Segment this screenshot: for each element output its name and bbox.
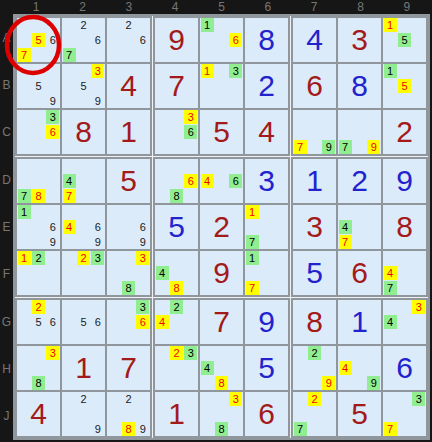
- candidate-3-green: 3: [91, 251, 104, 265]
- cell-B7[interactable]: 6: [293, 64, 336, 108]
- candidate-1-yellow: 1: [246, 205, 259, 219]
- candidate-6-yellow: 6: [229, 33, 242, 47]
- value-digit: 3: [351, 25, 368, 55]
- candidate-5-green: 5: [398, 33, 411, 47]
- cell-E8[interactable]: 47: [338, 205, 381, 249]
- candidate-6: 6: [46, 315, 59, 329]
- cell-J4[interactable]: 1: [155, 392, 198, 436]
- value-digit: 1: [351, 307, 368, 337]
- cell-A8[interactable]: 3: [338, 18, 381, 62]
- candidate-9-green: 9: [367, 376, 380, 390]
- candidate-9-green: 9: [322, 140, 335, 154]
- candidate-1-yellow: 1: [384, 18, 397, 32]
- candidate-4-green: 4: [63, 174, 76, 188]
- row-label-A: A: [0, 14, 13, 61]
- value-digit: 5: [120, 166, 137, 196]
- cell-H6[interactable]: 5: [245, 346, 288, 390]
- cell-E9[interactable]: 8: [383, 205, 426, 249]
- cell-E7[interactable]: 3: [293, 205, 336, 249]
- box-8: 2479234851386: [153, 298, 290, 438]
- candidate-9: 9: [91, 235, 104, 249]
- cell-G7[interactable]: 8: [293, 300, 336, 344]
- candidate-8-green: 8: [215, 422, 228, 436]
- candidate-8-green: 8: [170, 189, 183, 203]
- cell-C8[interactable]: 79: [338, 110, 381, 154]
- cell-F2[interactable]: 23: [62, 251, 105, 295]
- candidate-2-green: 2: [308, 346, 321, 360]
- row-label-B: B: [0, 61, 13, 108]
- candidate-6-yellow: 6: [184, 174, 197, 188]
- cell-D1[interactable]: 78: [17, 159, 60, 203]
- candidate-6: 6: [46, 220, 59, 234]
- cell-E5[interactable]: 2: [200, 205, 243, 249]
- candidate-3-green: 3: [184, 346, 197, 360]
- candidate-5: 5: [77, 315, 90, 329]
- cell-E2[interactable]: 469: [62, 205, 105, 249]
- candidate-7-green: 7: [18, 189, 31, 203]
- candidate-7-yellow: 7: [246, 281, 259, 295]
- cell-G2[interactable]: 56: [62, 300, 105, 344]
- cell-B9[interactable]: 15: [383, 64, 426, 108]
- candidate-9-yellow: 9: [367, 140, 380, 154]
- cell-D4[interactable]: 68: [155, 159, 198, 203]
- box-7: 25656363817429289: [15, 298, 152, 438]
- candidate-3-yellow: 3: [136, 251, 149, 265]
- candidate-3-green: 3: [412, 392, 425, 406]
- value-digit: 4: [258, 117, 275, 147]
- candidate-7-green: 7: [339, 140, 352, 154]
- cell-G5[interactable]: 7: [200, 300, 243, 344]
- candidate-6-green: 6: [184, 125, 197, 139]
- column-label-9: 9: [384, 0, 430, 14]
- candidate-7-green: 7: [246, 235, 259, 249]
- cell-H9[interactable]: 6: [383, 346, 426, 390]
- value-digit: 5: [351, 399, 368, 429]
- candidate-9: 9: [136, 422, 149, 436]
- value-digit: 4: [306, 25, 323, 55]
- cell-C4[interactable]: 36: [155, 110, 198, 154]
- candidate-8-green: 8: [32, 376, 45, 390]
- candidate-3-green: 3: [229, 64, 242, 78]
- cell-J5[interactable]: 38: [200, 392, 243, 436]
- value-digit: 8: [75, 117, 92, 147]
- cell-D9[interactable]: 9: [383, 159, 426, 203]
- candidate-6: 6: [46, 33, 59, 47]
- candidate-3-green: 3: [136, 300, 149, 314]
- cell-A9[interactable]: 15: [383, 18, 426, 62]
- candidate-7-green: 7: [384, 281, 397, 295]
- candidate-6-yellow: 6: [46, 125, 59, 139]
- sudoku-app-window: 123456789 ABCDEFGHJ 56726726593594368191…: [0, 0, 432, 442]
- value-digit: 6: [258, 399, 275, 429]
- cell-C6[interactable]: 4: [245, 110, 288, 154]
- cell-J2[interactable]: 29: [62, 392, 105, 436]
- candidate-1-green: 1: [201, 18, 214, 32]
- cell-D5[interactable]: 46: [200, 159, 243, 203]
- candidate-7-green: 7: [63, 48, 76, 62]
- column-label-1: 1: [13, 0, 59, 14]
- candidate-2-green: 2: [32, 251, 45, 265]
- value-digit: 7: [120, 353, 137, 383]
- column-label-6: 6: [245, 0, 291, 14]
- cell-H4[interactable]: 23: [155, 346, 198, 390]
- cell-D2[interactable]: 47: [62, 159, 105, 203]
- cell-A6[interactable]: 8: [245, 18, 288, 62]
- cell-B3[interactable]: 4: [107, 64, 150, 108]
- cell-F6[interactable]: 17: [245, 251, 288, 295]
- candidate-3-yellow: 3: [184, 110, 197, 124]
- value-digit: 9: [396, 166, 413, 196]
- candidate-1-green: 1: [246, 251, 259, 265]
- row-label-D: D: [0, 156, 13, 203]
- value-digit: 9: [168, 25, 185, 55]
- cell-B4[interactable]: 7: [155, 64, 198, 108]
- value-digit: 6: [351, 258, 368, 288]
- row-labels: ABCDEFGHJ: [0, 14, 13, 440]
- candidate-1-yellow: 1: [201, 64, 214, 78]
- candidate-7-yellow: 7: [339, 235, 352, 249]
- column-label-5: 5: [198, 0, 244, 14]
- cell-G1[interactable]: 256: [17, 300, 60, 344]
- cell-E1[interactable]: 169: [17, 205, 60, 249]
- candidate-2-yellow: 2: [32, 300, 45, 314]
- cell-E4[interactable]: 5: [155, 205, 198, 249]
- cell-F4[interactable]: 48: [155, 251, 198, 295]
- candidate-7-yellow: 7: [63, 189, 76, 203]
- cell-B1[interactable]: 59: [17, 64, 60, 108]
- row-label-H: H: [0, 345, 13, 392]
- value-digit: 8: [258, 25, 275, 55]
- candidate-5: 5: [77, 79, 90, 93]
- cell-B5[interactable]: 13: [200, 64, 243, 108]
- column-label-3: 3: [106, 0, 152, 14]
- row-label-G: G: [0, 298, 13, 345]
- cell-D3[interactable]: 5: [107, 159, 150, 203]
- value-digit: 2: [258, 71, 275, 101]
- candidate-4-yellow: 4: [201, 174, 214, 188]
- cell-B2[interactable]: 359: [62, 64, 105, 108]
- cell-B8[interactable]: 8: [338, 64, 381, 108]
- box-9: 81342949627537: [291, 298, 428, 438]
- candidate-4-green: 4: [384, 315, 397, 329]
- cell-C5[interactable]: 5: [200, 110, 243, 154]
- candidate-4-yellow: 4: [339, 361, 352, 375]
- cell-C2[interactable]: 8: [62, 110, 105, 154]
- cell-F1[interactable]: 12: [17, 251, 60, 295]
- value-digit: 3: [306, 212, 323, 242]
- cell-H8[interactable]: 49: [338, 346, 381, 390]
- candidate-3-green: 3: [46, 110, 59, 124]
- column-label-8: 8: [337, 0, 383, 14]
- value-digit: 6: [396, 353, 413, 383]
- value-digit: 4: [120, 71, 137, 101]
- row-label-J: J: [0, 393, 13, 440]
- value-digit: 5: [258, 353, 275, 383]
- row-label-C: C: [0, 109, 13, 156]
- cell-E6[interactable]: 17: [245, 205, 288, 249]
- value-digit: 3: [258, 166, 275, 196]
- cell-F5[interactable]: 9: [200, 251, 243, 295]
- value-digit: 1: [120, 117, 137, 147]
- column-label-7: 7: [291, 0, 337, 14]
- value-digit: 1: [75, 353, 92, 383]
- candidate-2-yellow: 2: [170, 346, 183, 360]
- candidate-3-yellow: 3: [91, 64, 104, 78]
- board: 5672672659359436819168713236544315681579…: [13, 14, 430, 440]
- candidate-7-yellow: 7: [18, 48, 31, 62]
- candidate-4-yellow: 4: [63, 220, 76, 234]
- candidate-3-yellow: 3: [229, 392, 242, 406]
- box-3: 4315681579792: [291, 16, 428, 156]
- cell-C7[interactable]: 79: [293, 110, 336, 154]
- value-digit: 5: [213, 117, 230, 147]
- candidate-4-yellow: 4: [156, 315, 169, 329]
- cell-A2[interactable]: 267: [62, 18, 105, 62]
- value-digit: 1: [306, 166, 323, 196]
- candidate-8-yellow: 8: [170, 281, 183, 295]
- column-label-2: 2: [59, 0, 105, 14]
- cell-A3[interactable]: 26: [107, 18, 150, 62]
- cell-H5[interactable]: 48: [200, 346, 243, 390]
- candidate-4-green: 4: [201, 361, 214, 375]
- cell-G3[interactable]: 36: [107, 300, 150, 344]
- value-digit: 1: [168, 399, 185, 429]
- candidate-2-yellow: 2: [77, 251, 90, 265]
- candidate-9-yellow: 9: [322, 376, 335, 390]
- cell-D7[interactable]: 1: [293, 159, 336, 203]
- cell-G9[interactable]: 34: [383, 300, 426, 344]
- value-digit: 7: [213, 307, 230, 337]
- candidate-9: 9: [91, 422, 104, 436]
- candidate-4-green: 4: [156, 266, 169, 280]
- candidate-4-green: 4: [339, 220, 352, 234]
- cell-J1[interactable]: 4: [17, 392, 60, 436]
- cell-A4[interactable]: 9: [155, 18, 198, 62]
- value-digit: 9: [213, 258, 230, 288]
- row-label-E: E: [0, 203, 13, 250]
- candidate-3-yellow: 3: [412, 300, 425, 314]
- cell-F8[interactable]: 6: [338, 251, 381, 295]
- cell-H3[interactable]: 7: [107, 346, 150, 390]
- candidate-1-yellow: 1: [18, 251, 31, 265]
- candidate-2-yellow: 2: [308, 392, 321, 406]
- cell-E3[interactable]: 69: [107, 205, 150, 249]
- candidate-9: 9: [46, 235, 59, 249]
- candidate-6-yellow: 6: [136, 315, 149, 329]
- cell-F7[interactable]: 5: [293, 251, 336, 295]
- candidate-8-yellow: 8: [215, 376, 228, 390]
- cell-A5[interactable]: 16: [200, 18, 243, 62]
- candidate-6: 6: [136, 33, 149, 47]
- candidate-9: 9: [136, 235, 149, 249]
- value-digit: 8: [396, 212, 413, 242]
- value-digit: 7: [168, 71, 185, 101]
- candidate-8-yellow: 8: [122, 422, 135, 436]
- cell-C1[interactable]: 36: [17, 110, 60, 154]
- candidate-4-yellow: 4: [384, 266, 397, 280]
- cell-H1[interactable]: 38: [17, 346, 60, 390]
- value-digit: 8: [351, 71, 368, 101]
- candidate-5-yellow: 5: [398, 79, 411, 93]
- value-digit: 2: [396, 117, 413, 147]
- cell-D8[interactable]: 2: [338, 159, 381, 203]
- candidate-5-yellow: 5: [32, 33, 45, 47]
- candidate-1-green: 1: [18, 205, 31, 219]
- candidate-2: 2: [77, 392, 90, 406]
- candidate-2: 2: [122, 392, 135, 406]
- cell-G8[interactable]: 1: [338, 300, 381, 344]
- candidate-6-green: 6: [229, 174, 242, 188]
- candidate-6: 6: [91, 220, 104, 234]
- cell-B6[interactable]: 2: [245, 64, 288, 108]
- cell-F3[interactable]: 38: [107, 251, 150, 295]
- value-digit: 5: [306, 258, 323, 288]
- cell-C3[interactable]: 1: [107, 110, 150, 154]
- cell-J9[interactable]: 37: [383, 392, 426, 436]
- box-6: 12934785647: [291, 157, 428, 297]
- candidate-2: 2: [77, 18, 90, 32]
- candidate-2-green: 2: [170, 300, 183, 314]
- candidate-7-yellow: 7: [294, 140, 307, 154]
- box-1: 567267265935943681: [15, 16, 152, 156]
- value-digit: 5: [168, 212, 185, 242]
- candidate-8-green: 8: [122, 281, 135, 295]
- candidate-9: 9: [91, 94, 104, 108]
- cell-H7[interactable]: 29: [293, 346, 336, 390]
- value-digit: 6: [306, 71, 323, 101]
- box-2: 916871323654: [153, 16, 290, 156]
- candidate-6: 6: [91, 315, 104, 329]
- candidate-7-green: 7: [294, 422, 307, 436]
- candidate-9: 9: [46, 94, 59, 108]
- box-5: 68463521748917: [153, 157, 290, 297]
- cell-J6[interactable]: 6: [245, 392, 288, 436]
- cell-A1[interactable]: 567: [17, 18, 60, 62]
- cell-J3[interactable]: 289: [107, 392, 150, 436]
- candidate-1-green: 1: [384, 64, 397, 78]
- value-digit: 2: [213, 212, 230, 242]
- cell-A7[interactable]: 4: [293, 18, 336, 62]
- cell-G6[interactable]: 9: [245, 300, 288, 344]
- candidate-3-yellow: 3: [46, 346, 59, 360]
- column-labels: 123456789: [13, 0, 430, 14]
- cell-J7[interactable]: 27: [293, 392, 336, 436]
- value-digit: 8: [306, 307, 323, 337]
- cell-D6[interactable]: 3: [245, 159, 288, 203]
- cell-F9[interactable]: 47: [383, 251, 426, 295]
- candidate-7-yellow: 7: [384, 422, 397, 436]
- candidate-5: 5: [32, 315, 45, 329]
- value-digit: 9: [258, 307, 275, 337]
- cell-G4[interactable]: 24: [155, 300, 198, 344]
- cell-J8[interactable]: 5: [338, 392, 381, 436]
- box-4: 7847516946969122338: [15, 157, 152, 297]
- cell-C9[interactable]: 2: [383, 110, 426, 154]
- candidate-5: 5: [32, 79, 45, 93]
- candidate-6: 6: [136, 220, 149, 234]
- row-label-F: F: [0, 251, 13, 298]
- value-digit: 4: [30, 399, 47, 429]
- cell-H2[interactable]: 1: [62, 346, 105, 390]
- column-label-4: 4: [152, 0, 198, 14]
- candidate-6: 6: [91, 33, 104, 47]
- value-digit: 2: [351, 166, 368, 196]
- candidate-8-yellow: 8: [32, 189, 45, 203]
- candidate-2: 2: [122, 18, 135, 32]
